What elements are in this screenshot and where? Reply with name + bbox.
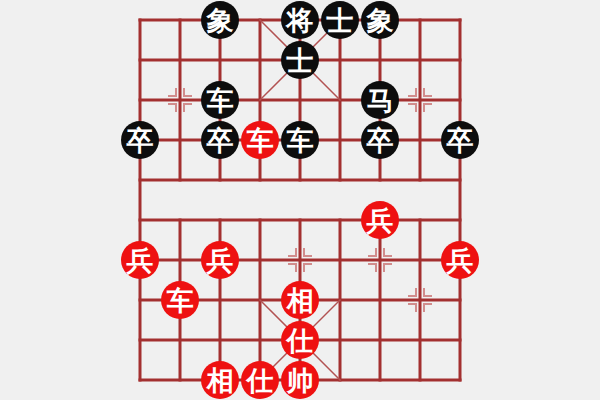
piece-red-soldier[interactable]: 兵 (441, 241, 479, 279)
piece-black-advisor[interactable]: 士 (321, 1, 359, 39)
piece-black-soldier[interactable]: 卒 (121, 121, 159, 159)
piece-black-chariot[interactable]: 车 (201, 81, 239, 119)
piece-red-elephant[interactable]: 相 (281, 281, 319, 319)
piece-black-advisor[interactable]: 士 (281, 41, 319, 79)
piece-red-chariot[interactable]: 车 (161, 281, 199, 319)
piece-black-elephant[interactable]: 象 (201, 1, 239, 39)
piece-red-advisor[interactable]: 仕 (241, 361, 279, 399)
piece-black-horse[interactable]: 马 (361, 81, 399, 119)
piece-red-advisor[interactable]: 仕 (281, 321, 319, 359)
piece-black-soldier[interactable]: 卒 (201, 121, 239, 159)
piece-black-chariot[interactable]: 车 (281, 121, 319, 159)
xiangqi-board: 象将士象士车马卒卒车车卒卒兵兵兵兵车相仕相仕帅 (0, 0, 600, 400)
piece-red-soldier[interactable]: 兵 (121, 241, 159, 279)
piece-red-chariot[interactable]: 车 (241, 121, 279, 159)
piece-red-general[interactable]: 帅 (281, 361, 319, 399)
piece-red-soldier[interactable]: 兵 (201, 241, 239, 279)
piece-black-soldier[interactable]: 卒 (441, 121, 479, 159)
piece-red-soldier[interactable]: 兵 (361, 201, 399, 239)
piece-black-general[interactable]: 将 (281, 1, 319, 39)
piece-red-elephant[interactable]: 相 (201, 361, 239, 399)
piece-black-soldier[interactable]: 卒 (361, 121, 399, 159)
piece-black-elephant[interactable]: 象 (361, 1, 399, 39)
